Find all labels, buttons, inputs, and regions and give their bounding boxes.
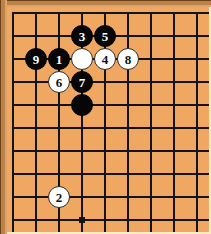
stone-move-number: 1 xyxy=(56,53,63,66)
stone-move-number: 6 xyxy=(56,76,63,89)
stone-move-number: 9 xyxy=(33,53,40,66)
stone-move-number: 4 xyxy=(102,53,109,66)
stone-white-plain[interactable] xyxy=(71,48,93,70)
grid-line-vertical xyxy=(12,12,14,232)
stone-black-plain[interactable] xyxy=(71,94,93,116)
grid-line-horizontal xyxy=(12,81,209,83)
grid-line-horizontal xyxy=(12,196,209,198)
stone-move-number: 5 xyxy=(102,30,109,43)
stone-white-4[interactable]: 4 xyxy=(94,48,116,70)
grid-line-horizontal xyxy=(12,173,209,175)
stone-black-5[interactable]: 5 xyxy=(94,25,116,47)
go-board[interactable]: 359148672 xyxy=(0,0,209,232)
stone-black-7[interactable]: 7 xyxy=(71,71,93,93)
stone-move-number: 7 xyxy=(79,76,86,89)
grid-line-horizontal xyxy=(12,127,209,129)
grid-line-horizontal xyxy=(12,219,209,221)
grid-line-vertical xyxy=(127,12,129,232)
go-diagram: 359148672 xyxy=(0,0,211,234)
stone-move-number: 3 xyxy=(79,30,86,43)
grid-line-vertical xyxy=(35,12,37,232)
grid-line-horizontal xyxy=(12,104,209,106)
grid-line-vertical xyxy=(150,12,152,232)
stone-white-8[interactable]: 8 xyxy=(117,48,139,70)
stone-white-2[interactable]: 2 xyxy=(48,186,70,208)
hoshi-point xyxy=(79,217,85,223)
stone-move-number: 2 xyxy=(56,191,63,204)
stone-black-1[interactable]: 1 xyxy=(48,48,70,70)
board-frame-top-edge xyxy=(0,0,211,7)
grid-line-vertical xyxy=(196,12,198,232)
grid-line-horizontal xyxy=(12,12,209,14)
board-frame-left-edge xyxy=(0,0,7,234)
stone-black-9[interactable]: 9 xyxy=(25,48,47,70)
stone-white-6[interactable]: 6 xyxy=(48,71,70,93)
grid-line-horizontal xyxy=(12,150,209,152)
grid-line-vertical xyxy=(173,12,175,232)
stone-black-3[interactable]: 3 xyxy=(71,25,93,47)
stone-move-number: 8 xyxy=(125,53,132,66)
